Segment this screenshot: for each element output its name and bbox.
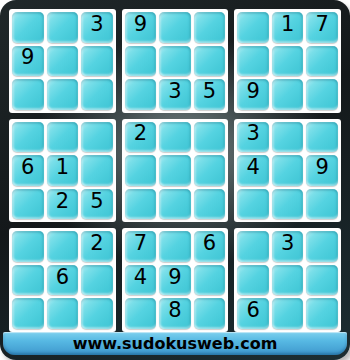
box-4: 6125 — [9, 119, 116, 223]
cell-r3c3[interactable] — [81, 79, 113, 110]
cell-r5c1: 6 — [12, 155, 44, 186]
cell-r5c5[interactable] — [159, 155, 191, 186]
cell-r8c4: 4 — [125, 265, 157, 296]
cell-r7c8: 3 — [272, 231, 304, 262]
box-1: 39 — [9, 9, 116, 113]
cell-r9c6[interactable] — [194, 298, 226, 329]
cell-r9c3[interactable] — [81, 298, 113, 329]
cell-r2c3[interactable] — [81, 46, 113, 77]
cell-r4c1[interactable] — [12, 122, 44, 153]
cell-r2c7[interactable] — [237, 46, 269, 77]
cell-r1c8: 1 — [272, 12, 304, 43]
cell-r7c3: 2 — [81, 231, 113, 262]
cell-r8c2: 6 — [47, 265, 79, 296]
cell-r5c9: 9 — [306, 155, 338, 186]
cell-r6c2: 2 — [47, 189, 79, 220]
cell-r5c4[interactable] — [125, 155, 157, 186]
cell-r6c4[interactable] — [125, 189, 157, 220]
cell-r8c3[interactable] — [81, 265, 113, 296]
cell-r5c8[interactable] — [272, 155, 304, 186]
cell-r3c1[interactable] — [12, 79, 44, 110]
cell-r4c5[interactable] — [159, 122, 191, 153]
cell-r1c1[interactable] — [12, 12, 44, 43]
box-9: 36 — [234, 228, 341, 332]
cell-r8c9[interactable] — [306, 265, 338, 296]
cell-r3c7: 9 — [237, 79, 269, 110]
cell-r9c4[interactable] — [125, 298, 157, 329]
box-2: 935 — [122, 9, 229, 113]
cell-r2c6[interactable] — [194, 46, 226, 77]
cell-r1c2[interactable] — [47, 12, 79, 43]
cell-r4c9[interactable] — [306, 122, 338, 153]
cell-r6c6[interactable] — [194, 189, 226, 220]
cell-r6c7[interactable] — [237, 189, 269, 220]
sudoku-board: 3993517961252349267649836 www.sudokusweb… — [0, 0, 350, 360]
cell-r2c4[interactable] — [125, 46, 157, 77]
cell-r4c4: 2 — [125, 122, 157, 153]
cell-r3c2[interactable] — [47, 79, 79, 110]
cell-r1c9: 7 — [306, 12, 338, 43]
cell-r9c9[interactable] — [306, 298, 338, 329]
box-7: 26 — [9, 228, 116, 332]
cell-r7c1[interactable] — [12, 231, 44, 262]
cell-r8c5: 9 — [159, 265, 191, 296]
cell-r1c3: 3 — [81, 12, 113, 43]
website-link[interactable]: www.sudokusweb.com — [73, 334, 278, 353]
cell-r7c2[interactable] — [47, 231, 79, 262]
cell-r9c8[interactable] — [272, 298, 304, 329]
box-8: 76498 — [122, 228, 229, 332]
cell-r9c1[interactable] — [12, 298, 44, 329]
footer-bar: www.sudokusweb.com — [3, 332, 347, 355]
cell-r5c3[interactable] — [81, 155, 113, 186]
cell-r4c3[interactable] — [81, 122, 113, 153]
cell-r3c9[interactable] — [306, 79, 338, 110]
cell-r3c4[interactable] — [125, 79, 157, 110]
box-3: 179 — [234, 9, 341, 113]
cell-r3c6: 5 — [194, 79, 226, 110]
cell-r2c5[interactable] — [159, 46, 191, 77]
cell-r8c8[interactable] — [272, 265, 304, 296]
cell-r9c7: 6 — [237, 298, 269, 329]
cell-r7c4: 7 — [125, 231, 157, 262]
cell-r1c4: 9 — [125, 12, 157, 43]
cell-r1c6[interactable] — [194, 12, 226, 43]
cell-r6c8[interactable] — [272, 189, 304, 220]
cell-r6c5[interactable] — [159, 189, 191, 220]
cell-r6c1[interactable] — [12, 189, 44, 220]
cell-r3c5: 3 — [159, 79, 191, 110]
cell-r7c5[interactable] — [159, 231, 191, 262]
cell-r6c3: 5 — [81, 189, 113, 220]
cell-r2c1: 9 — [12, 46, 44, 77]
cell-r5c2: 1 — [47, 155, 79, 186]
cell-r5c6[interactable] — [194, 155, 226, 186]
cell-r7c7[interactable] — [237, 231, 269, 262]
cell-r7c6: 6 — [194, 231, 226, 262]
cell-r9c5: 8 — [159, 298, 191, 329]
cell-r4c6[interactable] — [194, 122, 226, 153]
cell-r1c7[interactable] — [237, 12, 269, 43]
cell-r5c7: 4 — [237, 155, 269, 186]
box-6: 349 — [234, 119, 341, 223]
cell-r4c7: 3 — [237, 122, 269, 153]
cell-r2c8[interactable] — [272, 46, 304, 77]
cell-r8c1[interactable] — [12, 265, 44, 296]
cell-r8c6[interactable] — [194, 265, 226, 296]
cell-r7c9[interactable] — [306, 231, 338, 262]
cell-r4c8[interactable] — [272, 122, 304, 153]
box-5: 2 — [122, 119, 229, 223]
cell-r9c2[interactable] — [47, 298, 79, 329]
sudoku-grid: 3993517961252349267649836 — [9, 9, 341, 332]
cell-r2c9[interactable] — [306, 46, 338, 77]
cell-r6c9[interactable] — [306, 189, 338, 220]
cell-r8c7[interactable] — [237, 265, 269, 296]
cell-r1c5[interactable] — [159, 12, 191, 43]
cell-r4c2[interactable] — [47, 122, 79, 153]
cell-r2c2[interactable] — [47, 46, 79, 77]
cell-r3c8[interactable] — [272, 79, 304, 110]
